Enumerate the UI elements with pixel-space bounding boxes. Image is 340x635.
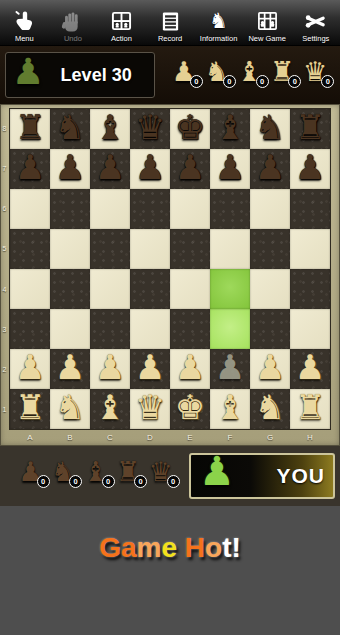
hand-stop-icon: [61, 9, 84, 33]
black-pawn[interactable]: ♟: [210, 147, 250, 187]
square-d2[interactable]: ♟: [130, 349, 170, 389]
white-pawn[interactable]: ♟: [170, 347, 210, 387]
toolbar-newgame-button[interactable]: New Game: [243, 0, 292, 45]
hot-letter: o: [205, 532, 222, 563]
square-f4[interactable]: [210, 269, 250, 309]
square-e3[interactable]: [170, 309, 210, 349]
square-g6[interactable]: [250, 189, 290, 229]
toolbar-information-button[interactable]: ♞Information: [194, 0, 243, 45]
square-b7[interactable]: ♟: [50, 149, 90, 189]
square-f2[interactable]: ♟: [210, 349, 250, 389]
black-knight[interactable]: ♞: [50, 107, 90, 147]
black-pawn[interactable]: ♟: [10, 147, 50, 187]
square-d8[interactable]: ♛: [130, 109, 170, 149]
toolbar-undo-label: Undo: [64, 34, 82, 43]
toolbar-record-label: Record: [158, 34, 182, 43]
opponent-bar: ♟ Level 30 ♟0♞0♝0♜0♛0: [0, 46, 340, 104]
white-king[interactable]: ♚: [170, 387, 210, 427]
square-h8[interactable]: ♜: [290, 109, 330, 149]
hot-letter: H: [185, 532, 205, 563]
square-c4[interactable]: [90, 269, 130, 309]
toolbar-action-label: Action: [111, 34, 132, 43]
square-c8[interactable]: ♝: [90, 109, 130, 149]
file-label-c: C: [90, 431, 130, 445]
hot-letter: m: [137, 532, 162, 563]
chess-board: ♜♞♝♛♚♝♞♜♟♟♟♟♟♟♟♟♟♟♟♟♟♟♟♟♜♞♝♛♚♝♞♜: [9, 108, 331, 430]
black-king[interactable]: ♚: [170, 107, 210, 147]
captured-black-pawn: ♟0: [18, 458, 42, 486]
square-g3[interactable]: [250, 309, 290, 349]
square-c7[interactable]: ♟: [90, 149, 130, 189]
square-f7[interactable]: ♟: [210, 149, 250, 189]
captured-white-knight: ♞0: [205, 58, 229, 86]
rank-label-5: 5: [0, 229, 9, 269]
file-label-f: F: [210, 431, 250, 445]
black-pawn[interactable]: ♟: [290, 147, 330, 187]
hot-letter: [177, 532, 185, 563]
file-label-g: G: [250, 431, 290, 445]
player-turn-pawn-icon: ♟: [199, 452, 235, 490]
black-bishop[interactable]: ♝: [90, 107, 130, 147]
square-g4[interactable]: [250, 269, 290, 309]
square-a4[interactable]: [10, 269, 50, 309]
rank-label-7: 7: [0, 148, 9, 188]
white-pawn[interactable]: ♟: [210, 347, 250, 387]
rank-label-2: 2: [0, 350, 9, 390]
captured-black-queen: ♛0: [148, 458, 172, 486]
white-pawn[interactable]: ♟: [90, 347, 130, 387]
square-d6[interactable]: [130, 189, 170, 229]
square-b8[interactable]: ♞: [50, 109, 90, 149]
toolbar-menu-button[interactable]: Menu: [0, 0, 49, 45]
black-knight[interactable]: ♞: [250, 107, 290, 147]
square-d3[interactable]: [130, 309, 170, 349]
square-h3[interactable]: [290, 309, 330, 349]
square-a7[interactable]: ♟: [10, 149, 50, 189]
hot-letter: e: [161, 532, 177, 563]
player-turn-indicator: ♟ YOU: [189, 453, 335, 499]
square-d1[interactable]: ♛: [130, 389, 170, 429]
hot-letter: !: [231, 532, 240, 563]
captured-white-pawn: ♟0: [172, 58, 196, 86]
captured-count-badge: 0: [37, 475, 50, 488]
game-hot-message: Game Hot!: [0, 506, 340, 564]
square-c6[interactable]: [90, 189, 130, 229]
black-queen[interactable]: ♛: [130, 107, 170, 147]
square-f6[interactable]: [210, 189, 250, 229]
opponent-turn-pawn-icon: ♟: [12, 54, 44, 90]
hand-pointer-icon: [13, 9, 36, 33]
file-labels: ABCDEFGH: [10, 431, 330, 445]
square-e6[interactable]: [170, 189, 210, 229]
rank-label-6: 6: [0, 189, 9, 229]
square-b3[interactable]: [50, 309, 90, 349]
level-label: Level 30: [44, 65, 154, 86]
captured-count-badge: 0: [69, 475, 82, 488]
captured-white-queen: ♛0: [303, 58, 327, 86]
square-e5[interactable]: [170, 229, 210, 269]
white-pawn[interactable]: ♟: [250, 347, 290, 387]
captured-count-badge: 0: [288, 75, 301, 88]
square-b2[interactable]: ♟: [50, 349, 90, 389]
hot-letter: a: [121, 532, 137, 563]
square-g5[interactable]: [250, 229, 290, 269]
toolbar-settings-button[interactable]: Settings: [291, 0, 340, 45]
rank-label-1: 1: [0, 390, 9, 430]
file-label-h: H: [290, 431, 330, 445]
rank-label-4: 4: [0, 269, 9, 309]
square-h1[interactable]: ♜: [290, 389, 330, 429]
chess-app: MenuUndoActionRecord♞InformationNew Game…: [0, 0, 340, 635]
square-h4[interactable]: [290, 269, 330, 309]
white-queen[interactable]: ♛: [130, 387, 170, 427]
captured-white-rook: ♜0: [270, 58, 294, 86]
file-label-e: E: [170, 431, 210, 445]
square-f5[interactable]: [210, 229, 250, 269]
white-pawn[interactable]: ♟: [10, 347, 50, 387]
file-label-a: A: [10, 431, 50, 445]
black-bishop[interactable]: ♝: [210, 107, 250, 147]
white-knight[interactable]: ♞: [250, 387, 290, 427]
hot-letter: G: [99, 532, 121, 563]
square-b4[interactable]: [50, 269, 90, 309]
square-a2[interactable]: ♟: [10, 349, 50, 389]
player-bar: ♟0♞0♝0♜0♛0 ♟ YOU: [0, 446, 340, 506]
square-d5[interactable]: [130, 229, 170, 269]
toolbar-action-button[interactable]: Action: [97, 0, 146, 45]
toolbar: MenuUndoActionRecord♞InformationNew Game…: [0, 0, 340, 46]
captured-black-tray: ♟0♞0♝0♜0♛0: [0, 458, 189, 494]
square-g1[interactable]: ♞: [250, 389, 290, 429]
square-g2[interactable]: ♟: [250, 349, 290, 389]
document-lines-icon: [159, 9, 182, 33]
square-e8[interactable]: ♚: [170, 109, 210, 149]
square-a8[interactable]: ♜: [10, 109, 50, 149]
captured-black-bishop: ♝0: [83, 458, 107, 486]
toolbar-menu-label: Menu: [15, 34, 34, 43]
square-f8[interactable]: ♝: [210, 109, 250, 149]
toolbar-information-label: Information: [200, 34, 238, 43]
square-c3[interactable]: [90, 309, 130, 349]
white-bishop[interactable]: ♝: [210, 387, 250, 427]
square-g7[interactable]: ♟: [250, 149, 290, 189]
black-pawn[interactable]: ♟: [130, 147, 170, 187]
square-b1[interactable]: ♞: [50, 389, 90, 429]
knight-icon: ♞: [209, 9, 228, 33]
captured-black-knight: ♞0: [51, 458, 75, 486]
captured-black-rook: ♜0: [116, 458, 140, 486]
board-frame: 87654321 ♜♞♝♛♚♝♞♜♟♟♟♟♟♟♟♟♟♟♟♟♟♟♟♟♜♞♝♛♚♝♞…: [0, 104, 340, 446]
toolbar-record-button[interactable]: Record: [146, 0, 195, 45]
captured-white-bishop: ♝0: [237, 58, 261, 86]
footer: Game Hot!: [0, 506, 340, 635]
tools-icon: [303, 9, 328, 33]
square-d7[interactable]: ♟: [130, 149, 170, 189]
white-pawn[interactable]: ♟: [50, 347, 90, 387]
square-b6[interactable]: [50, 189, 90, 229]
square-a3[interactable]: [10, 309, 50, 349]
file-label-d: D: [130, 431, 170, 445]
file-label-b: B: [50, 431, 90, 445]
black-pawn[interactable]: ♟: [90, 147, 130, 187]
window-grid-icon: [110, 9, 133, 33]
black-rook[interactable]: ♜: [10, 107, 50, 147]
square-c5[interactable]: [90, 229, 130, 269]
captured-white-tray: ♟0♞0♝0♜0♛0: [155, 58, 340, 92]
square-h7[interactable]: ♟: [290, 149, 330, 189]
toolbar-settings-label: Settings: [302, 34, 329, 43]
white-pawn[interactable]: ♟: [290, 347, 330, 387]
square-f3[interactable]: [210, 309, 250, 349]
square-c1[interactable]: ♝: [90, 389, 130, 429]
captured-count-badge: 0: [256, 75, 269, 88]
rank-labels: 87654321: [0, 108, 9, 430]
toolbar-undo-button[interactable]: Undo: [49, 0, 98, 45]
rank-label-3: 3: [0, 309, 9, 349]
captured-count-badge: 0: [102, 475, 115, 488]
square-e2[interactable]: ♟: [170, 349, 210, 389]
square-a6[interactable]: [10, 189, 50, 229]
board-grid-icon: [256, 9, 279, 33]
black-rook[interactable]: ♜: [290, 107, 330, 147]
white-pawn[interactable]: ♟: [130, 347, 170, 387]
white-rook[interactable]: ♜: [290, 387, 330, 427]
captured-count-badge: 0: [167, 475, 180, 488]
square-h2[interactable]: ♟: [290, 349, 330, 389]
black-pawn[interactable]: ♟: [50, 147, 90, 187]
square-h5[interactable]: [290, 229, 330, 269]
square-d4[interactable]: [130, 269, 170, 309]
square-h6[interactable]: [290, 189, 330, 229]
square-e4[interactable]: [170, 269, 210, 309]
white-rook[interactable]: ♜: [10, 387, 50, 427]
white-knight[interactable]: ♞: [50, 387, 90, 427]
captured-count-badge: 0: [223, 75, 236, 88]
black-pawn[interactable]: ♟: [170, 147, 210, 187]
captured-count-badge: 0: [321, 75, 334, 88]
square-c2[interactable]: ♟: [90, 349, 130, 389]
square-f1[interactable]: ♝: [210, 389, 250, 429]
white-bishop[interactable]: ♝: [90, 387, 130, 427]
toolbar-newgame-label: New Game: [248, 34, 286, 43]
player-label: YOU: [276, 464, 333, 488]
square-e7[interactable]: ♟: [170, 149, 210, 189]
rank-label-8: 8: [0, 108, 9, 148]
captured-count-badge: 0: [134, 475, 147, 488]
square-e1[interactable]: ♚: [170, 389, 210, 429]
black-pawn[interactable]: ♟: [250, 147, 290, 187]
square-g8[interactable]: ♞: [250, 109, 290, 149]
captured-count-badge: 0: [190, 75, 203, 88]
opponent-level-badge: ♟ Level 30: [5, 52, 155, 98]
square-a1[interactable]: ♜: [10, 389, 50, 429]
square-b5[interactable]: [50, 229, 90, 269]
square-a5[interactable]: [10, 229, 50, 269]
